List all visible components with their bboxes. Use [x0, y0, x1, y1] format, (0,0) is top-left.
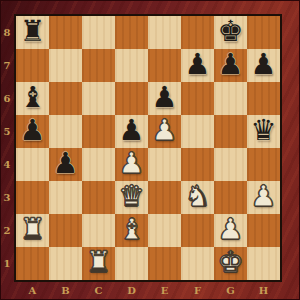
square-b8[interactable]	[49, 16, 82, 49]
file-label-a: A	[16, 281, 49, 300]
chess-board: ♜♚♟♟♟♝♟♟♟♟♛♟♟♛♞♟♜♝♟♜♚	[14, 14, 282, 282]
square-c4[interactable]	[82, 148, 115, 181]
square-d1[interactable]	[115, 247, 148, 280]
black-rook[interactable]: ♜	[20, 17, 46, 46]
file-label-b: B	[49, 281, 82, 300]
square-g3[interactable]	[214, 181, 247, 214]
white-king[interactable]: ♚	[218, 248, 244, 277]
square-c1[interactable]: ♜	[82, 247, 115, 280]
square-h5[interactable]: ♛	[247, 115, 280, 148]
white-pawn[interactable]: ♟	[119, 149, 145, 178]
black-pawn[interactable]: ♟	[185, 50, 211, 79]
square-g6[interactable]	[214, 82, 247, 115]
square-h7[interactable]: ♟	[247, 49, 280, 82]
square-a1[interactable]	[16, 247, 49, 280]
black-queen[interactable]: ♛	[251, 116, 277, 145]
square-h4[interactable]	[247, 148, 280, 181]
white-rook[interactable]: ♜	[20, 215, 46, 244]
square-a3[interactable]	[16, 181, 49, 214]
file-label-d: D	[115, 281, 148, 300]
square-g8[interactable]: ♚	[214, 16, 247, 49]
square-a5[interactable]: ♟	[16, 115, 49, 148]
file-label-h: H	[247, 281, 280, 300]
black-king[interactable]: ♚	[218, 17, 244, 46]
square-a2[interactable]: ♜	[16, 214, 49, 247]
rank-label-6: 6	[0, 82, 14, 115]
square-f1[interactable]	[181, 247, 214, 280]
square-e5[interactable]: ♟	[148, 115, 181, 148]
rank-label-8: 8	[0, 16, 14, 49]
rank-label-1: 1	[0, 247, 14, 280]
square-d8[interactable]	[115, 16, 148, 49]
square-f5[interactable]	[181, 115, 214, 148]
square-c6[interactable]	[82, 82, 115, 115]
black-pawn[interactable]: ♟	[119, 116, 145, 145]
black-pawn[interactable]: ♟	[218, 50, 244, 79]
square-f7[interactable]: ♟	[181, 49, 214, 82]
white-bishop[interactable]: ♝	[119, 215, 145, 244]
square-h2[interactable]	[247, 214, 280, 247]
square-e2[interactable]	[148, 214, 181, 247]
square-b1[interactable]	[49, 247, 82, 280]
black-pawn[interactable]: ♟	[20, 116, 46, 145]
square-f8[interactable]	[181, 16, 214, 49]
square-d4[interactable]: ♟	[115, 148, 148, 181]
square-h6[interactable]	[247, 82, 280, 115]
square-b2[interactable]	[49, 214, 82, 247]
square-b7[interactable]	[49, 49, 82, 82]
square-g2[interactable]: ♟	[214, 214, 247, 247]
square-c5[interactable]	[82, 115, 115, 148]
square-h1[interactable]	[247, 247, 280, 280]
square-g5[interactable]	[214, 115, 247, 148]
square-e7[interactable]	[148, 49, 181, 82]
rank-label-2: 2	[0, 214, 14, 247]
file-label-e: E	[148, 281, 181, 300]
file-label-g: G	[214, 281, 247, 300]
black-pawn[interactable]: ♟	[251, 50, 277, 79]
white-pawn[interactable]: ♟	[152, 116, 178, 145]
square-h8[interactable]	[247, 16, 280, 49]
square-d5[interactable]: ♟	[115, 115, 148, 148]
rank-label-3: 3	[0, 181, 14, 214]
square-a7[interactable]	[16, 49, 49, 82]
white-pawn[interactable]: ♟	[251, 182, 277, 211]
square-b4[interactable]: ♟	[49, 148, 82, 181]
rank-labels: 87654321	[0, 16, 14, 280]
square-c7[interactable]	[82, 49, 115, 82]
white-pawn[interactable]: ♟	[218, 215, 244, 244]
black-bishop[interactable]: ♝	[20, 83, 46, 112]
square-d3[interactable]: ♛	[115, 181, 148, 214]
square-e1[interactable]	[148, 247, 181, 280]
square-d7[interactable]	[115, 49, 148, 82]
square-e6[interactable]: ♟	[148, 82, 181, 115]
square-b5[interactable]	[49, 115, 82, 148]
rank-label-7: 7	[0, 49, 14, 82]
square-h3[interactable]: ♟	[247, 181, 280, 214]
square-a8[interactable]: ♜	[16, 16, 49, 49]
square-f2[interactable]	[181, 214, 214, 247]
file-labels: ABCDEFGH	[16, 281, 280, 300]
square-f3[interactable]: ♞	[181, 181, 214, 214]
white-knight[interactable]: ♞	[185, 182, 211, 211]
white-queen[interactable]: ♛	[119, 182, 145, 211]
square-g4[interactable]	[214, 148, 247, 181]
square-c8[interactable]	[82, 16, 115, 49]
rank-label-4: 4	[0, 148, 14, 181]
square-d6[interactable]	[115, 82, 148, 115]
black-pawn[interactable]: ♟	[53, 149, 79, 178]
square-c2[interactable]	[82, 214, 115, 247]
square-a4[interactable]	[16, 148, 49, 181]
square-a6[interactable]: ♝	[16, 82, 49, 115]
black-pawn[interactable]: ♟	[152, 83, 178, 112]
square-e8[interactable]	[148, 16, 181, 49]
square-g1[interactable]: ♚	[214, 247, 247, 280]
square-c3[interactable]	[82, 181, 115, 214]
square-f4[interactable]	[181, 148, 214, 181]
square-g7[interactable]: ♟	[214, 49, 247, 82]
square-e3[interactable]	[148, 181, 181, 214]
square-d2[interactable]: ♝	[115, 214, 148, 247]
file-label-f: F	[181, 281, 214, 300]
rank-label-5: 5	[0, 115, 14, 148]
square-e4[interactable]	[148, 148, 181, 181]
file-label-c: C	[82, 281, 115, 300]
board-frame: 87654321 ♜♚♟♟♟♝♟♟♟♟♛♟♟♛♞♟♜♝♟♜♚ ABCDEFGH	[0, 0, 300, 300]
square-b6[interactable]	[49, 82, 82, 115]
square-f6[interactable]	[181, 82, 214, 115]
white-rook[interactable]: ♜	[86, 248, 112, 277]
square-b3[interactable]	[49, 181, 82, 214]
